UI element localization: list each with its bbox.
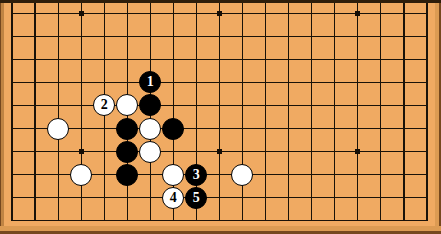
- grid-line-horizontal: [11, 59, 427, 60]
- star-point: [217, 149, 222, 154]
- grid-line-horizontal: [11, 128, 427, 129]
- board-frame-top: [0, 0, 441, 3]
- star-point: [355, 149, 360, 154]
- grid-line-horizontal: [11, 36, 427, 37]
- star-point: [79, 11, 84, 16]
- grid-line-horizontal: [11, 82, 427, 83]
- grid-line-horizontal: [11, 105, 427, 106]
- grid-line-horizontal: [11, 220, 427, 221]
- star-point: [79, 149, 84, 154]
- board-frame-left: [0, 0, 4, 234]
- grid-line-horizontal: [11, 174, 427, 175]
- star-point: [217, 11, 222, 16]
- star-point: [355, 11, 360, 16]
- board-frame-bottom: [0, 226, 441, 234]
- grid-line-horizontal: [11, 197, 427, 198]
- board-frame-right: [435, 0, 441, 234]
- go-board-diagram: 12345: [0, 0, 441, 234]
